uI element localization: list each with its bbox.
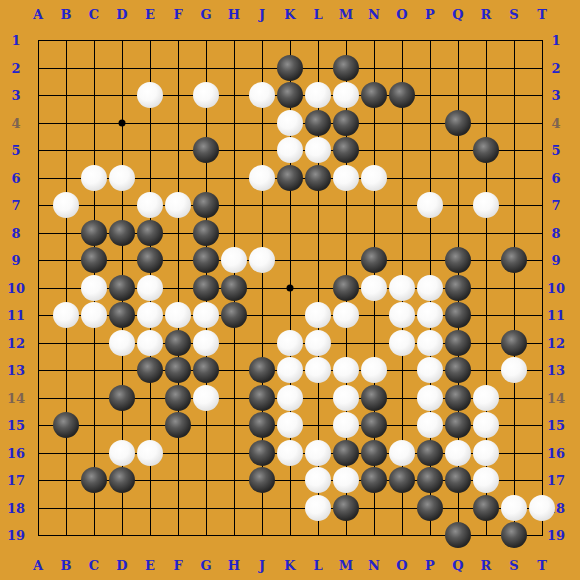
coordinate-label: 2: [11, 60, 20, 75]
black-stone[interactable]: [445, 522, 471, 548]
white-stone[interactable]: [361, 275, 387, 301]
black-stone[interactable]: [333, 495, 359, 521]
white-stone[interactable]: [501, 357, 527, 383]
white-stone[interactable]: [277, 412, 303, 438]
white-stone[interactable]: [389, 302, 415, 328]
coordinate-label: D: [116, 7, 127, 22]
white-stone[interactable]: [473, 412, 499, 438]
white-stone[interactable]: [277, 137, 303, 163]
coordinate-label: A: [33, 558, 43, 573]
coordinate-label: 4: [551, 115, 560, 130]
coordinate-label: 4: [11, 115, 20, 130]
black-stone[interactable]: [333, 275, 359, 301]
white-stone[interactable]: [417, 330, 443, 356]
white-stone[interactable]: [249, 165, 275, 191]
black-stone[interactable]: [305, 165, 331, 191]
white-stone[interactable]: [333, 412, 359, 438]
star-point: [119, 119, 126, 126]
white-stone[interactable]: [305, 467, 331, 493]
black-stone[interactable]: [445, 302, 471, 328]
black-stone[interactable]: [249, 385, 275, 411]
white-stone[interactable]: [305, 137, 331, 163]
coordinate-label: 10: [547, 280, 565, 295]
coordinate-label: H: [228, 558, 240, 573]
black-stone[interactable]: [389, 467, 415, 493]
black-stone[interactable]: [193, 137, 219, 163]
white-stone[interactable]: [333, 357, 359, 383]
coordinate-label: 1: [11, 33, 20, 48]
coordinate-label: 5: [11, 143, 20, 158]
white-stone[interactable]: [445, 440, 471, 466]
coordinate-label: T: [537, 7, 547, 22]
white-stone[interactable]: [137, 302, 163, 328]
coordinate-label: 11: [547, 308, 565, 323]
white-stone[interactable]: [193, 385, 219, 411]
coordinate-label: F: [173, 7, 182, 22]
coordinate-label: A: [33, 7, 43, 22]
white-stone[interactable]: [277, 385, 303, 411]
coordinate-label: J: [259, 7, 265, 22]
black-stone[interactable]: [445, 385, 471, 411]
coordinate-label: 15: [7, 418, 25, 433]
black-stone[interactable]: [501, 330, 527, 356]
black-stone[interactable]: [445, 330, 471, 356]
white-stone[interactable]: [333, 82, 359, 108]
black-stone[interactable]: [81, 247, 107, 273]
white-stone[interactable]: [333, 467, 359, 493]
white-stone[interactable]: [417, 357, 443, 383]
white-stone[interactable]: [109, 330, 135, 356]
black-stone[interactable]: [361, 412, 387, 438]
coordinate-label: N: [368, 7, 380, 22]
coordinate-label: 19: [7, 528, 25, 543]
white-stone[interactable]: [109, 165, 135, 191]
black-stone[interactable]: [361, 467, 387, 493]
white-stone[interactable]: [137, 192, 163, 218]
white-stone[interactable]: [277, 440, 303, 466]
black-stone[interactable]: [473, 495, 499, 521]
grid-line-vertical: [514, 40, 515, 536]
white-stone[interactable]: [417, 275, 443, 301]
coordinate-label: 6: [11, 170, 20, 185]
coordinate-label: 9: [11, 253, 20, 268]
black-stone[interactable]: [193, 192, 219, 218]
white-stone[interactable]: [529, 495, 555, 521]
black-stone[interactable]: [305, 110, 331, 136]
coordinate-label: 7: [551, 198, 560, 213]
white-stone[interactable]: [305, 495, 331, 521]
black-stone[interactable]: [333, 440, 359, 466]
black-stone[interactable]: [389, 82, 415, 108]
black-stone[interactable]: [109, 220, 135, 246]
go-board[interactable]: ABCDEFGHJKLMNOPQRST ABCDEFGHJKLMNOPQRST …: [0, 0, 580, 580]
black-stone[interactable]: [81, 220, 107, 246]
coordinate-label: E: [145, 7, 155, 22]
black-stone[interactable]: [361, 247, 387, 273]
black-stone[interactable]: [473, 137, 499, 163]
coordinate-label: 17: [547, 473, 565, 488]
star-point: [287, 284, 294, 291]
coordinate-label: Q: [452, 558, 463, 573]
black-stone[interactable]: [361, 385, 387, 411]
white-stone[interactable]: [333, 385, 359, 411]
white-stone[interactable]: [193, 302, 219, 328]
coordinate-label: F: [173, 558, 182, 573]
black-stone[interactable]: [417, 440, 443, 466]
coordinate-label: B: [61, 558, 72, 573]
coordinate-label: G: [200, 558, 211, 573]
black-stone[interactable]: [277, 55, 303, 81]
black-stone[interactable]: [165, 357, 191, 383]
coordinate-label: 9: [551, 253, 560, 268]
coordinate-label: S: [509, 558, 518, 573]
white-stone[interactable]: [389, 330, 415, 356]
coordinate-label: Q: [452, 7, 463, 22]
coordinate-label: L: [313, 558, 322, 573]
black-stone[interactable]: [417, 467, 443, 493]
coordinate-label: L: [313, 7, 322, 22]
black-stone[interactable]: [361, 82, 387, 108]
black-stone[interactable]: [193, 220, 219, 246]
coordinate-label: O: [396, 7, 407, 22]
coordinate-label: 10: [7, 280, 25, 295]
coordinate-label: D: [116, 558, 127, 573]
white-stone[interactable]: [305, 330, 331, 356]
black-stone[interactable]: [137, 357, 163, 383]
white-stone[interactable]: [389, 275, 415, 301]
grid-line-vertical: [178, 40, 179, 536]
coordinate-label: 17: [7, 473, 25, 488]
white-stone[interactable]: [249, 82, 275, 108]
coordinate-label: R: [481, 558, 492, 573]
white-stone[interactable]: [417, 412, 443, 438]
white-stone[interactable]: [361, 357, 387, 383]
black-stone[interactable]: [81, 467, 107, 493]
coordinate-label: 16: [547, 445, 565, 460]
white-stone[interactable]: [389, 440, 415, 466]
coordinate-label: 14: [7, 390, 25, 405]
coordinate-label: 2: [551, 60, 560, 75]
white-stone[interactable]: [361, 165, 387, 191]
white-stone[interactable]: [333, 302, 359, 328]
black-stone[interactable]: [445, 467, 471, 493]
coordinate-label: 8: [551, 225, 560, 240]
black-stone[interactable]: [221, 275, 247, 301]
coordinate-label: O: [396, 558, 407, 573]
coordinate-label: S: [509, 7, 518, 22]
coordinate-label: 12: [547, 335, 565, 350]
black-stone[interactable]: [445, 412, 471, 438]
coordinate-label: 18: [7, 500, 25, 515]
black-stone[interactable]: [249, 412, 275, 438]
coordinate-label: 6: [551, 170, 560, 185]
coordinate-label: M: [339, 558, 353, 573]
white-stone[interactable]: [305, 82, 331, 108]
coordinate-label: K: [284, 558, 295, 573]
black-stone[interactable]: [249, 440, 275, 466]
white-stone[interactable]: [81, 165, 107, 191]
coordinate-label: 3: [11, 88, 20, 103]
grid-line-vertical: [66, 40, 67, 536]
black-stone[interactable]: [109, 302, 135, 328]
black-stone[interactable]: [109, 385, 135, 411]
black-stone[interactable]: [249, 357, 275, 383]
white-stone[interactable]: [417, 192, 443, 218]
white-stone[interactable]: [473, 440, 499, 466]
coordinate-label: B: [61, 7, 72, 22]
coordinate-label: 1: [551, 33, 560, 48]
white-stone[interactable]: [305, 440, 331, 466]
white-stone[interactable]: [193, 82, 219, 108]
black-stone[interactable]: [333, 137, 359, 163]
white-stone[interactable]: [109, 440, 135, 466]
coordinate-label: 13: [547, 363, 565, 378]
coordinate-label: 8: [11, 225, 20, 240]
coordinate-label: 3: [551, 88, 560, 103]
black-stone[interactable]: [53, 412, 79, 438]
white-stone[interactable]: [417, 302, 443, 328]
black-stone[interactable]: [165, 385, 191, 411]
coordinate-label: C: [89, 7, 99, 22]
white-stone[interactable]: [277, 110, 303, 136]
black-stone[interactable]: [165, 412, 191, 438]
white-stone[interactable]: [333, 165, 359, 191]
white-stone[interactable]: [137, 275, 163, 301]
black-stone[interactable]: [221, 302, 247, 328]
coordinate-label: N: [368, 558, 380, 573]
coordinate-label: K: [284, 7, 295, 22]
white-stone[interactable]: [249, 247, 275, 273]
coordinate-label: P: [425, 558, 435, 573]
black-stone[interactable]: [501, 247, 527, 273]
white-stone[interactable]: [81, 275, 107, 301]
coordinate-label: 11: [7, 308, 25, 323]
black-stone[interactable]: [165, 330, 191, 356]
white-stone[interactable]: [305, 302, 331, 328]
coordinate-label: 14: [547, 390, 565, 405]
black-stone[interactable]: [333, 110, 359, 136]
coordinate-label: E: [145, 558, 155, 573]
coordinate-label: C: [89, 558, 99, 573]
black-stone[interactable]: [277, 165, 303, 191]
coordinate-label: H: [228, 7, 240, 22]
coordinate-label: G: [200, 7, 211, 22]
black-stone[interactable]: [361, 440, 387, 466]
white-stone[interactable]: [473, 192, 499, 218]
coordinate-label: T: [537, 558, 547, 573]
white-stone[interactable]: [165, 302, 191, 328]
coordinate-label: J: [259, 558, 265, 573]
white-stone[interactable]: [277, 357, 303, 383]
white-stone[interactable]: [501, 495, 527, 521]
black-stone[interactable]: [249, 467, 275, 493]
black-stone[interactable]: [445, 275, 471, 301]
grid-line-vertical: [542, 40, 543, 536]
white-stone[interactable]: [81, 302, 107, 328]
black-stone[interactable]: [193, 247, 219, 273]
coordinate-label: 16: [7, 445, 25, 460]
coordinate-label: 15: [547, 418, 565, 433]
black-stone[interactable]: [137, 247, 163, 273]
coordinate-label: 13: [7, 363, 25, 378]
white-stone[interactable]: [417, 385, 443, 411]
white-stone[interactable]: [221, 247, 247, 273]
white-stone[interactable]: [473, 467, 499, 493]
white-stone[interactable]: [277, 330, 303, 356]
black-stone[interactable]: [501, 522, 527, 548]
white-stone[interactable]: [193, 330, 219, 356]
white-stone[interactable]: [137, 330, 163, 356]
black-stone[interactable]: [193, 275, 219, 301]
grid-line-vertical: [38, 40, 39, 536]
white-stone[interactable]: [53, 302, 79, 328]
black-stone[interactable]: [445, 247, 471, 273]
black-stone[interactable]: [445, 110, 471, 136]
coordinate-label: R: [481, 7, 492, 22]
white-stone[interactable]: [137, 82, 163, 108]
coordinate-label: M: [339, 7, 353, 22]
black-stone[interactable]: [109, 467, 135, 493]
black-stone[interactable]: [417, 495, 443, 521]
coordinate-label: P: [425, 7, 435, 22]
coordinate-label: 7: [11, 198, 20, 213]
black-stone[interactable]: [277, 82, 303, 108]
black-stone[interactable]: [333, 55, 359, 81]
white-stone[interactable]: [137, 440, 163, 466]
white-stone[interactable]: [165, 192, 191, 218]
black-stone[interactable]: [445, 357, 471, 383]
coordinate-label: 12: [7, 335, 25, 350]
black-stone[interactable]: [193, 357, 219, 383]
black-stone[interactable]: [109, 275, 135, 301]
white-stone[interactable]: [305, 357, 331, 383]
black-stone[interactable]: [137, 220, 163, 246]
coordinate-label: 5: [551, 143, 560, 158]
white-stone[interactable]: [53, 192, 79, 218]
coordinate-label: 19: [547, 528, 565, 543]
white-stone[interactable]: [473, 385, 499, 411]
